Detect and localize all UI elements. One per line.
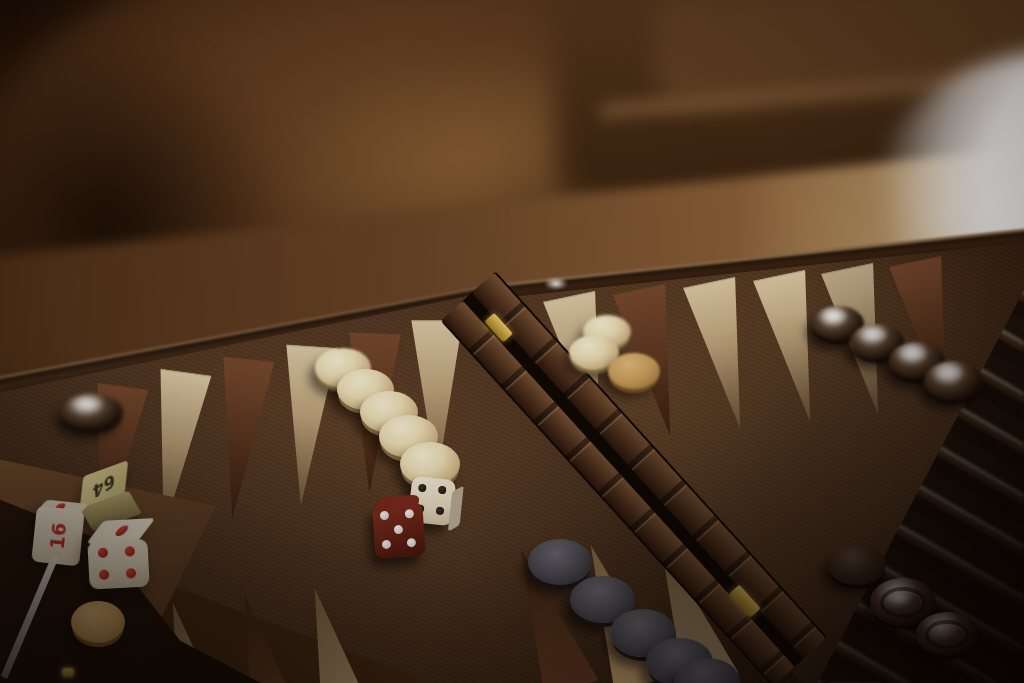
die-pip [393,524,403,534]
checker-white-wood[interactable] [71,601,125,643]
checker-dark[interactable] [916,612,978,656]
specular-highlight [820,308,848,325]
table-reflection-speck [544,277,568,290]
checker-dark[interactable] [61,394,123,430]
checker-dark[interactable] [828,545,886,585]
specular-highlight [887,590,909,604]
die-front-face [87,539,149,590]
die-rail-red-pips[interactable] [86,518,151,589]
die-pip [98,569,109,580]
die-pip [125,546,136,557]
die-pip [382,540,392,550]
die-pip [436,506,445,515]
photo-backgammon-scene: 64 16 [0,0,1024,683]
specular-highlight [898,344,928,362]
checker-dark[interactable] [924,361,982,401]
die-pip [126,568,137,579]
checker-white-wood[interactable] [608,353,660,389]
specular-highlight [71,396,104,413]
brass-glint [62,668,74,677]
die-pip [407,538,417,548]
die-pip [380,511,390,521]
specular-highlight [859,326,888,343]
specular-highlight [933,363,964,382]
die-pip [405,509,415,519]
die-pip [438,486,447,495]
die-pip [97,548,108,559]
checker-ring-groove [925,620,968,649]
cube-value: 16 [46,522,71,551]
die-red-5[interactable] [372,501,426,558]
die-pip [418,483,427,492]
checker-dark[interactable] [528,539,592,585]
die-pip [113,525,131,536]
